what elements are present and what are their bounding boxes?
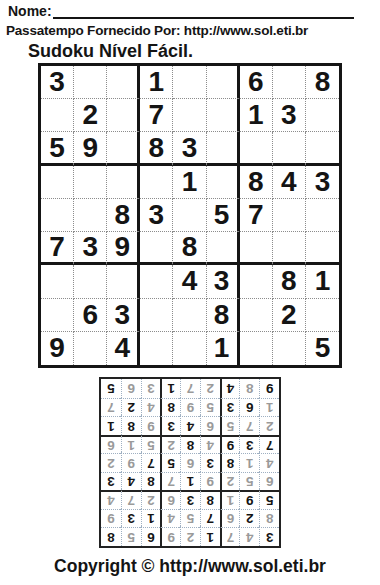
solution-cell-r6c1: 7 [259, 435, 279, 454]
solution-cell-r7c4: 6 [200, 416, 220, 435]
solution-cell-r9c9: 5 [101, 379, 121, 398]
puzzle-cell-r1c6[interactable] [207, 66, 240, 99]
solution-cell-r6c5: 8 [180, 435, 200, 454]
puzzle-cell-r3c8[interactable] [273, 132, 306, 165]
solution-cell-r9c2: 8 [239, 379, 259, 398]
puzzle-cell-r7c1[interactable] [41, 265, 74, 298]
solution-cell-r4c9: 3 [101, 472, 121, 491]
puzzle-cell-r7c4[interactable] [140, 265, 173, 298]
puzzle-cell-r4c6[interactable] [207, 166, 240, 199]
puzzle-cell-r3c3[interactable] [107, 132, 140, 165]
puzzle-cell-r2c2: 2 [74, 99, 107, 132]
solution-cell-r7c6: 3 [160, 416, 180, 435]
solution-cell-r6c2: 3 [239, 435, 259, 454]
puzzle-cell-r3c6[interactable] [207, 132, 240, 165]
puzzle-cell-r8c4[interactable] [140, 299, 173, 332]
puzzle-cell-r1c4: 1 [140, 66, 173, 99]
solution-cell-r3c6: 6 [160, 490, 180, 509]
solution-cell-r7c7: 9 [141, 416, 161, 435]
solution-cell-r7c8: 8 [121, 416, 141, 435]
puzzle-cell-r4c2[interactable] [74, 166, 107, 199]
solution-cell-r5c8: 9 [121, 453, 141, 472]
solution-cell-r8c3: 3 [220, 398, 240, 417]
solution-cell-r9c7: 3 [141, 379, 161, 398]
puzzle-cell-r5c7: 7 [240, 199, 273, 232]
solution-cell-r1c4: 1 [200, 527, 220, 546]
solution-cell-r2c6: 4 [160, 509, 180, 528]
sudoku-worksheet-page: Nome: Passatempo Fornecido Por: http://w… [0, 0, 380, 585]
solution-cell-r2c1: 8 [259, 509, 279, 528]
solution-cell-r4c3: 2 [220, 472, 240, 491]
sudoku-puzzle-grid: 316827135983184383577398438163829415 [38, 63, 342, 368]
solution-cell-r8c5: 9 [180, 398, 200, 417]
puzzle-cell-r8c1[interactable] [41, 299, 74, 332]
solution-cell-r7c2: 7 [239, 416, 259, 435]
puzzle-cell-r6c1: 7 [41, 232, 74, 265]
puzzle-cell-r5c8[interactable] [273, 199, 306, 232]
puzzle-cell-r8c9[interactable] [306, 299, 339, 332]
solution-cell-r7c9: 1 [101, 416, 121, 435]
puzzle-cell-r7c6: 3 [207, 265, 240, 298]
puzzle-cell-r1c1: 3 [41, 66, 74, 99]
solution-cell-r1c7: 6 [141, 527, 161, 546]
solution-cell-r7c1: 2 [259, 416, 279, 435]
solution-cell-r1c5: 2 [180, 527, 200, 546]
puzzle-cell-r3c5: 3 [173, 132, 206, 165]
puzzle-cell-r5c1[interactable] [41, 199, 74, 232]
solution-cell-r3c5: 3 [180, 490, 200, 509]
solution-cell-r1c1: 3 [259, 527, 279, 546]
solution-cell-r2c8: 3 [121, 509, 141, 528]
puzzle-cell-r9c6: 1 [207, 332, 240, 365]
solution-cell-r7c5: 4 [180, 416, 200, 435]
puzzle-cell-r5c2[interactable] [74, 199, 107, 232]
solution-cell-r8c1: 1 [259, 398, 279, 417]
puzzle-cell-r3c7[interactable] [240, 132, 273, 165]
solution-cell-r6c9: 6 [101, 435, 121, 454]
puzzle-cell-r3c1: 5 [41, 132, 74, 165]
puzzle-cell-r6c4[interactable] [140, 232, 173, 265]
puzzle-cell-r5c3: 8 [107, 199, 140, 232]
solution-cell-r4c8: 4 [121, 472, 141, 491]
puzzle-cell-r1c8[interactable] [273, 66, 306, 99]
solution-cell-r1c6: 9 [160, 527, 180, 546]
puzzle-cell-r2c1[interactable] [41, 99, 74, 132]
puzzle-cell-r2c6[interactable] [207, 99, 240, 132]
solution-cell-r2c9: 9 [101, 509, 121, 528]
puzzle-cell-r2c4: 7 [140, 99, 173, 132]
solution-cell-r3c4: 8 [200, 490, 220, 509]
puzzle-cell-r1c3[interactable] [107, 66, 140, 99]
puzzle-cell-r3c2: 9 [74, 132, 107, 165]
sudoku-solution-grid-rotated: 3471296588267541395918362746529178434183… [99, 377, 281, 548]
puzzle-cell-r9c9: 5 [306, 332, 339, 365]
solution-cell-r9c3: 4 [220, 379, 240, 398]
solution-cell-r8c4: 5 [200, 398, 220, 417]
puzzle-cell-r4c4[interactable] [140, 166, 173, 199]
puzzle-cell-r4c5: 1 [173, 166, 206, 199]
solution-cell-r5c9: 2 [101, 453, 121, 472]
puzzle-cell-r8c2: 6 [74, 299, 107, 332]
solution-cell-r6c4: 4 [200, 435, 220, 454]
solution-cell-r3c8: 7 [121, 490, 141, 509]
provided-by-text: Passatempo Fornecido Por: http://www.sol… [6, 23, 308, 38]
solution-cell-r9c5: 7 [180, 379, 200, 398]
puzzle-cell-r2c9[interactable] [306, 99, 339, 132]
puzzle-cell-r9c3: 4 [107, 332, 140, 365]
solution-cell-r1c3: 7 [220, 527, 240, 546]
puzzle-cell-r6c8[interactable] [273, 232, 306, 265]
solution-cell-r1c2: 4 [239, 527, 259, 546]
solution-cell-r2c7: 1 [141, 509, 161, 528]
solution-cell-r5c1: 4 [259, 453, 279, 472]
name-label: Nome: [8, 3, 52, 19]
solution-cell-r9c6: 1 [160, 379, 180, 398]
puzzle-cell-r3c4: 8 [140, 132, 173, 165]
puzzle-cell-r5c6: 5 [207, 199, 240, 232]
puzzle-cell-r1c9: 8 [306, 66, 339, 99]
solution-cell-r3c3: 1 [220, 490, 240, 509]
solution-cell-r3c9: 4 [101, 490, 121, 509]
puzzle-cell-r1c7: 6 [240, 66, 273, 99]
solution-cell-r6c3: 9 [220, 435, 240, 454]
copyright-text: Copyright © http://www.sol.eti.br [0, 556, 380, 577]
puzzle-cell-r7c3[interactable] [107, 265, 140, 298]
solution-cell-r2c4: 7 [200, 509, 220, 528]
solution-cell-r8c2: 6 [239, 398, 259, 417]
puzzle-cell-r8c8: 2 [273, 299, 306, 332]
solution-cell-r9c8: 6 [121, 379, 141, 398]
puzzle-cell-r7c7[interactable] [240, 265, 273, 298]
puzzle-cell-r6c3: 9 [107, 232, 140, 265]
puzzle-cell-r1c2[interactable] [74, 66, 107, 99]
solution-cell-r4c5: 1 [180, 472, 200, 491]
puzzle-cell-r3c9[interactable] [306, 132, 339, 165]
solution-cell-r2c5: 5 [180, 509, 200, 528]
solution-cell-r4c2: 5 [239, 472, 259, 491]
page-title: Sudoku Nível Fácil. [28, 41, 193, 62]
puzzle-cell-r4c3[interactable] [107, 166, 140, 199]
puzzle-cell-r2c5[interactable] [173, 99, 206, 132]
solution-cell-r5c6: 5 [160, 453, 180, 472]
solution-cell-r5c2: 1 [239, 453, 259, 472]
solution-cell-r4c1: 6 [259, 472, 279, 491]
puzzle-cell-r7c5: 4 [173, 265, 206, 298]
solution-cell-r3c1: 5 [259, 490, 279, 509]
puzzle-cell-r4c7: 8 [240, 166, 273, 199]
puzzle-cell-r2c8: 3 [273, 99, 306, 132]
solution-cell-r5c7: 7 [141, 453, 161, 472]
puzzle-cell-r6c7[interactable] [240, 232, 273, 265]
puzzle-cell-r5c9[interactable] [306, 199, 339, 232]
puzzle-cell-r4c8: 4 [273, 166, 306, 199]
puzzle-cell-r6c5: 8 [173, 232, 206, 265]
name-fill-line [53, 4, 354, 19]
solution-cell-r8c8: 2 [121, 398, 141, 417]
puzzle-cell-r2c3[interactable] [107, 99, 140, 132]
puzzle-cell-r4c1[interactable] [41, 166, 74, 199]
puzzle-cell-r9c4[interactable] [140, 332, 173, 365]
solution-cell-r4c6: 7 [160, 472, 180, 491]
puzzle-cell-r4c9: 3 [306, 166, 339, 199]
puzzle-cell-r9c8[interactable] [273, 332, 306, 365]
puzzle-cell-r5c5[interactable] [173, 199, 206, 232]
solution-cell-r6c7: 5 [141, 435, 161, 454]
solution-cell-r5c3: 8 [220, 453, 240, 472]
puzzle-cell-r7c8: 8 [273, 265, 306, 298]
puzzle-cell-r6c9[interactable] [306, 232, 339, 265]
puzzle-cell-r9c1: 9 [41, 332, 74, 365]
solution-cell-r5c4: 3 [200, 453, 220, 472]
puzzle-cell-r1c5[interactable] [173, 66, 206, 99]
puzzle-cell-r9c5[interactable] [173, 332, 206, 365]
puzzle-cell-r8c6: 8 [207, 299, 240, 332]
solution-cell-r8c7: 4 [141, 398, 161, 417]
puzzle-cell-r9c2[interactable] [74, 332, 107, 365]
puzzle-cell-r6c2: 3 [74, 232, 107, 265]
puzzle-cell-r6c6[interactable] [207, 232, 240, 265]
solution-cell-r8c6: 8 [160, 398, 180, 417]
puzzle-cell-r7c9: 1 [306, 265, 339, 298]
solution-cell-r2c3: 6 [220, 509, 240, 528]
solution-cell-r7c3: 5 [220, 416, 240, 435]
solution-cell-r6c8: 1 [121, 435, 141, 454]
solution-cell-r1c8: 5 [121, 527, 141, 546]
puzzle-cell-r5c4: 3 [140, 199, 173, 232]
puzzle-cell-r8c3: 3 [107, 299, 140, 332]
solution-cell-r9c4: 2 [200, 379, 220, 398]
puzzle-cell-r8c7[interactable] [240, 299, 273, 332]
solution-cell-r1c9: 8 [101, 527, 121, 546]
solution-cell-r4c7: 8 [141, 472, 161, 491]
solution-cell-r2c2: 2 [239, 509, 259, 528]
solution-cell-r4c4: 9 [200, 472, 220, 491]
name-row: Nome: [8, 3, 354, 19]
solution-cell-r3c7: 2 [141, 490, 161, 509]
solution-cell-r5c5: 6 [180, 453, 200, 472]
puzzle-cell-r2c7: 1 [240, 99, 273, 132]
puzzle-cell-r9c7[interactable] [240, 332, 273, 365]
puzzle-cell-r7c2[interactable] [74, 265, 107, 298]
puzzle-cell-r8c5[interactable] [173, 299, 206, 332]
solution-cell-r6c6: 2 [160, 435, 180, 454]
solution-cell-r8c9: 7 [101, 398, 121, 417]
solution-cell-r3c2: 9 [239, 490, 259, 509]
solution-cell-r9c1: 9 [259, 379, 279, 398]
